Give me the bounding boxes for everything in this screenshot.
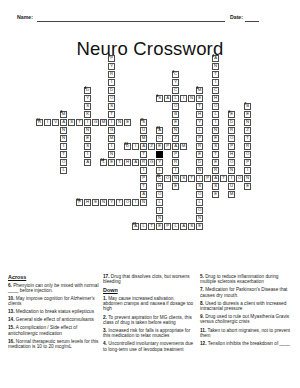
cell-letter: P <box>166 145 169 149</box>
grid-cell: L <box>196 199 203 206</box>
cell-letter: N <box>158 217 161 221</box>
cell-letter: A <box>142 145 145 149</box>
grid-cell: D <box>196 159 203 166</box>
cell-letter: I <box>231 177 232 181</box>
grid-cell: R <box>244 143 251 150</box>
cell-letter: E <box>174 185 177 189</box>
grid-cell: I <box>108 143 115 150</box>
cell-letter: N <box>230 169 233 173</box>
date-blank-line <box>245 21 259 22</box>
cell-letter: O <box>198 193 201 197</box>
cell-letter: A <box>214 177 217 181</box>
cell-letter: T <box>78 121 81 125</box>
cell-letter: N <box>142 201 145 205</box>
grid-cell: C <box>172 87 179 94</box>
grid-cell: Z <box>148 143 155 150</box>
clue-item-number: 11. <box>200 328 208 333</box>
cell-letter: I <box>143 169 144 173</box>
grid-cell: S <box>84 103 91 110</box>
grid-cell: T <box>244 135 251 142</box>
grid-cell: R <box>172 159 179 166</box>
worksheet-page: { "game": "crossword", "title": "Neuro C… <box>0 0 300 388</box>
cell-letter: R <box>142 161 145 165</box>
cell-letter: S <box>110 105 113 109</box>
grid-cell: I <box>172 167 179 174</box>
grid-cell: P <box>140 175 147 182</box>
clue-item: 2. To prevent aspiration for MG clients,… <box>103 315 195 326</box>
grid-cell: I <box>212 119 219 126</box>
cell-letter: O <box>230 137 233 141</box>
grid-cell: A <box>140 191 147 198</box>
grid-cell: E <box>212 191 219 198</box>
cell-letter: L <box>142 225 144 229</box>
cell-letter: A <box>166 97 169 101</box>
grid-cell: M <box>140 135 147 142</box>
cell-letter: A <box>62 121 65 125</box>
grid-cell: O <box>196 207 203 214</box>
grid-cell: H <box>212 95 219 102</box>
clue-item: 1. May cause increased salivation, abdom… <box>103 296 195 312</box>
cell-letter: R <box>230 129 233 133</box>
grid-cell: I <box>60 143 67 150</box>
grid-cell: E <box>84 135 91 142</box>
cell-letter: S <box>214 145 217 149</box>
cell-letter: S <box>214 185 217 189</box>
grid-cell: S <box>212 183 219 190</box>
cell-letter: R <box>246 145 249 149</box>
cell-letter: N <box>198 169 201 173</box>
cell-letter: Z <box>174 137 177 141</box>
grid-cell: I <box>108 119 115 126</box>
clue-item-number: 13. <box>8 309 16 314</box>
cell-letter: N <box>246 177 249 181</box>
grid-cell: G <box>108 127 115 134</box>
grid-cell: N <box>196 167 203 174</box>
grid-cell: O <box>164 175 171 182</box>
grid-cell: N <box>212 127 219 134</box>
clue-section-header: Across <box>8 274 99 280</box>
grid-cell: O <box>228 159 235 166</box>
cell-letter: M <box>102 121 106 125</box>
grid-cell: Y <box>196 119 203 126</box>
grid-cell: E <box>156 143 163 150</box>
cell-letter: E <box>86 137 89 141</box>
cell-letter: H <box>214 97 217 101</box>
grid-cell: E <box>196 95 203 102</box>
grid-cell: T <box>188 175 195 182</box>
grid-cell: T <box>76 119 83 126</box>
grid-cell: I <box>228 175 235 182</box>
grid-cell: N <box>212 63 219 70</box>
grid-cell: O <box>108 95 115 102</box>
cell-letter: V <box>54 121 57 125</box>
cell-letter: L <box>174 97 176 101</box>
cell-letter: N <box>246 121 249 125</box>
cell-letter: U <box>230 185 233 189</box>
grid-cell: T <box>148 223 155 230</box>
cell-letter: N <box>62 137 65 141</box>
cell-letter: O <box>166 177 169 181</box>
cell-letter: E <box>214 161 217 165</box>
cell-letter: T <box>198 105 201 109</box>
cell-letter: T <box>246 137 249 141</box>
grid-cell: V <box>52 119 59 126</box>
cell-letter: T <box>222 177 225 181</box>
grid-cell: Y <box>108 199 115 206</box>
cell-letter: N <box>110 153 113 157</box>
grid-cell: H <box>84 199 91 206</box>
cell-letter: P <box>246 161 249 165</box>
grid-cell: E <box>172 183 179 190</box>
cell-letter: L <box>198 129 200 133</box>
grid-cell: T <box>212 71 219 78</box>
clue-number: 16 <box>77 199 80 202</box>
grid-cell: N <box>156 215 163 222</box>
grid-cell: H <box>124 159 131 166</box>
clue-number: 14 <box>101 159 104 162</box>
cell-letter: C <box>158 137 161 141</box>
cell-letter: O <box>126 201 129 205</box>
cell-letter: L <box>198 201 200 205</box>
grid-cell: N <box>108 151 115 158</box>
cell-letter: N <box>174 177 177 181</box>
grid-cell: P <box>196 135 203 142</box>
grid-cell: P <box>204 175 211 182</box>
cell-letter: E <box>158 225 161 229</box>
grid-cell: N <box>172 175 179 182</box>
cell-letter: T <box>190 177 193 181</box>
clue-item-number: 4. <box>103 341 108 346</box>
grid-cell: A <box>84 159 91 166</box>
grid-cell: S <box>180 175 187 182</box>
cell-letter: N <box>190 97 193 101</box>
grid-cell: I <box>212 79 219 86</box>
clue-number: 5 <box>197 87 199 90</box>
grid-cell: A <box>212 175 219 182</box>
clue-item: 16. Normal therapeutic serum levels for … <box>8 339 99 350</box>
grid-cell: E <box>92 199 99 206</box>
grid-cell: U <box>228 183 235 190</box>
name-label: Name: <box>17 14 33 20</box>
grid-cell: A <box>180 223 187 230</box>
grid-cell: A <box>172 143 179 150</box>
cell-letter: S <box>182 177 185 181</box>
cell-letter: N <box>214 65 217 69</box>
grid-cell: S <box>196 183 203 190</box>
cell-letter: I <box>87 153 88 157</box>
cell-letter: P <box>198 137 201 141</box>
grid-cell: N <box>60 127 67 134</box>
grid-cell: S <box>212 143 219 150</box>
grid-cell: O <box>236 175 243 182</box>
cell-letter: A <box>134 161 137 165</box>
cell-letter: S <box>70 121 73 125</box>
cell-letter: L <box>214 113 216 117</box>
grid-cell: L <box>172 95 179 102</box>
grid-cell: A <box>132 159 139 166</box>
cell-letter: D <box>198 161 201 165</box>
clue-number: 17 <box>133 223 136 226</box>
grid-cell: Y <box>156 159 163 166</box>
grid-cell: U <box>140 127 147 134</box>
grid-cell: T <box>116 159 123 166</box>
grid-cell: I <box>132 143 139 150</box>
cell-letter: E <box>246 113 249 117</box>
grid-cell: M <box>100 119 107 126</box>
clue-item-number: 14. <box>8 317 16 322</box>
grid-cell: N <box>116 119 123 126</box>
cell-letter: I <box>183 97 184 101</box>
cell-letter: E <box>126 121 129 125</box>
cell-letter: I <box>215 81 216 85</box>
cell-letter: N <box>174 129 177 133</box>
grid-cell: N <box>196 215 203 222</box>
grid-cell: E <box>124 119 131 126</box>
cell-letter: Y <box>86 97 89 101</box>
cell-letter: T <box>150 225 153 229</box>
cell-letter: O <box>62 161 65 165</box>
clue-number: 15 <box>157 175 160 178</box>
grid-cell: P <box>164 223 171 230</box>
grid-cell: L <box>60 167 67 174</box>
clue-item: 9. Drug used to rule out Myasthenia Grav… <box>200 314 294 325</box>
grid-cell: G <box>148 159 155 166</box>
cell-letter: E <box>110 161 113 165</box>
grid-cell: C <box>156 135 163 142</box>
grid-cell: Y <box>108 63 115 70</box>
cell-letter: E <box>246 185 249 189</box>
cell-letter: A <box>86 161 89 165</box>
clue-number: 3 <box>173 71 175 74</box>
grid-cell: N <box>140 199 147 206</box>
grid-cell: E <box>196 223 203 230</box>
cell-letter: P <box>166 225 169 229</box>
cell-letter: D <box>230 121 233 125</box>
grid-cell: N <box>244 119 251 126</box>
clue-item-number: 12. <box>200 341 208 346</box>
cell-letter: O <box>174 105 177 109</box>
cell-letter: I <box>87 121 88 125</box>
grid-cell: O <box>60 159 67 166</box>
clue-section-header: Down <box>103 287 195 293</box>
cell-letter: O <box>246 153 249 157</box>
cell-letter: I <box>111 81 112 85</box>
cell-letter: Z <box>246 129 249 133</box>
grid-cell: L <box>196 127 203 134</box>
cell-letter: S <box>198 185 201 189</box>
grid-cell: K <box>84 111 91 118</box>
clue-item: 3. Increased risk for falls is appropria… <box>103 328 195 339</box>
grid-cell: E <box>156 223 163 230</box>
grid-cell: I <box>84 151 91 158</box>
cell-letter: P <box>174 153 177 157</box>
cell-letter: O <box>110 97 113 101</box>
clue-item: 4. Uncontrolled involuntary movements du… <box>103 341 195 352</box>
grid-cell: E <box>212 159 219 166</box>
cell-letter: G <box>150 161 153 165</box>
grid-cell: L <box>156 167 163 174</box>
clue-item: 7. Medication for Parkinson's Disease th… <box>200 287 294 298</box>
cell-letter: I <box>63 145 64 149</box>
grid-cell: S <box>188 223 195 230</box>
grid-cell: Y <box>84 95 91 102</box>
cell-letter: T <box>62 153 65 157</box>
grid-cell: T <box>140 151 147 158</box>
cell-letter: N <box>86 129 89 133</box>
grid-cell: I <box>44 119 51 126</box>
clue-item: 17. Drug that dissolves clots, but worse… <box>103 274 195 285</box>
black-cell <box>156 151 163 158</box>
cell-letter: O <box>214 105 217 109</box>
grid-cell: Z <box>172 135 179 142</box>
cell-letter: S <box>86 145 89 149</box>
grid-cell: R <box>108 71 115 78</box>
grid-cell: I <box>140 167 147 174</box>
grid-cell: D <box>228 119 235 126</box>
cell-letter: G <box>110 129 113 133</box>
cell-letter: I <box>215 121 216 125</box>
clue-number: 12 <box>157 127 160 130</box>
grid-cell: H <box>228 151 235 158</box>
cell-letter: R <box>110 73 113 77</box>
cell-letter: P <box>230 145 233 149</box>
cell-letter: P <box>206 177 209 181</box>
cell-letter: H <box>158 185 161 189</box>
grid-cell: A <box>140 143 147 150</box>
grid-cell: T <box>196 103 203 110</box>
cell-letter: Z <box>150 145 153 149</box>
clue-number: 8 <box>61 111 63 114</box>
clue-item: 15. A complication / Side effect of anti… <box>8 325 99 336</box>
grid-cell: N <box>172 127 179 134</box>
grid-cell: M <box>180 143 187 150</box>
cell-letter: R <box>174 161 177 165</box>
cell-letter: M <box>182 145 186 149</box>
grid-cell: L <box>156 199 163 206</box>
cell-letter: E <box>198 97 201 101</box>
clue-item: 8. Used to diuresis a client with increa… <box>200 301 294 312</box>
cell-letter: T <box>214 73 217 77</box>
clue-number: 1 <box>109 55 111 58</box>
grid-cell: R <box>212 167 219 174</box>
cell-letter: P <box>142 177 145 181</box>
grid-cell: M <box>108 135 115 142</box>
grid-cell: I <box>156 207 163 214</box>
clue-number: 10 <box>37 119 40 122</box>
grid-cell: C <box>212 87 219 94</box>
cell-letter: A <box>174 145 177 149</box>
cell-letter: T <box>214 153 217 157</box>
grid-cell: T <box>116 199 123 206</box>
grid-cell: N <box>188 95 195 102</box>
grid-cell: E <box>108 159 115 166</box>
cell-letter: I <box>199 177 200 181</box>
cell-letter: A <box>182 225 185 229</box>
cell-letter: E <box>158 145 161 149</box>
grid-cell: E <box>244 111 251 118</box>
cell-letter: I <box>175 169 176 173</box>
grid-cell: D <box>108 87 115 94</box>
cell-letter: H <box>198 113 201 117</box>
cell-letter: E <box>174 121 177 125</box>
cell-letter: Y <box>110 201 113 205</box>
cell-letter: E <box>214 137 217 141</box>
cell-letter: K <box>86 113 89 117</box>
grid-cell: L <box>140 223 147 230</box>
cell-letter: T <box>142 153 145 157</box>
grid-cell: O <box>212 103 219 110</box>
grid-cell: H <box>196 111 203 118</box>
cell-letter: S <box>190 225 193 229</box>
cell-letter: Y <box>110 65 113 69</box>
clue-number: 13 <box>125 143 128 146</box>
grid-cell: R <box>228 127 235 134</box>
grid-cell: I <box>196 175 203 182</box>
grid-cell: T <box>140 183 147 190</box>
cell-letter: C <box>174 89 177 93</box>
clue-item: 5. Drug to reduce inflammation during mu… <box>200 274 294 285</box>
grid-cell: T <box>212 151 219 158</box>
grid-cell: T <box>220 175 227 182</box>
grid-cell: N <box>244 175 251 182</box>
cell-letter: M <box>142 137 146 141</box>
grid-cell: S <box>84 143 91 150</box>
cell-letter: S <box>86 105 89 109</box>
grid-cell: P <box>172 151 179 158</box>
clue-item: 14. General side effect of anticonvulsan… <box>8 317 99 322</box>
clue-item-number: 10. <box>8 296 16 301</box>
clue-item-number: 7. <box>200 287 205 292</box>
grid-cell: A <box>164 95 171 102</box>
grid-cell: O <box>156 191 163 198</box>
clue-item: 6. Phenytoin can only be mixed with norm… <box>8 283 99 294</box>
cell-letter: I <box>135 201 136 205</box>
clue-item-number: 5. <box>200 274 205 279</box>
grid-cell: I <box>244 167 251 174</box>
grid-cell: G <box>92 119 99 126</box>
grid-cell: I <box>84 119 91 126</box>
cell-letter: O <box>198 209 201 213</box>
cell-letter: G <box>94 121 97 125</box>
grid-cell: I <box>132 199 139 206</box>
cell-letter: L <box>158 169 160 173</box>
grid-cell: I <box>180 95 187 102</box>
clue-item-number: 16. <box>8 339 16 344</box>
grid-cell: Z <box>244 127 251 134</box>
grid-cell: R <box>140 159 147 166</box>
grid-cell: P <box>228 143 235 150</box>
grid-cell: N <box>84 127 91 134</box>
grid-cell: R <box>196 143 203 150</box>
cell-letter: N <box>214 129 217 133</box>
cell-letter: O <box>238 177 241 181</box>
grid-cell: O <box>244 151 251 158</box>
cell-letter: M <box>230 193 234 197</box>
clue-number: 4 <box>85 87 87 90</box>
cell-letter: I <box>111 145 112 149</box>
cell-letter: E <box>198 153 201 157</box>
grid-cell: T <box>60 151 67 158</box>
grid-cell: N <box>60 135 67 142</box>
clue-number: 6 <box>157 95 159 98</box>
cell-letter: T <box>110 113 113 117</box>
cell-letter: T <box>142 185 145 189</box>
cell-letter: M <box>110 137 114 141</box>
cell-letter: E <box>214 193 217 197</box>
cell-letter: L <box>174 225 176 229</box>
cell-letter: R <box>214 169 217 173</box>
cell-letter: T <box>118 161 121 165</box>
